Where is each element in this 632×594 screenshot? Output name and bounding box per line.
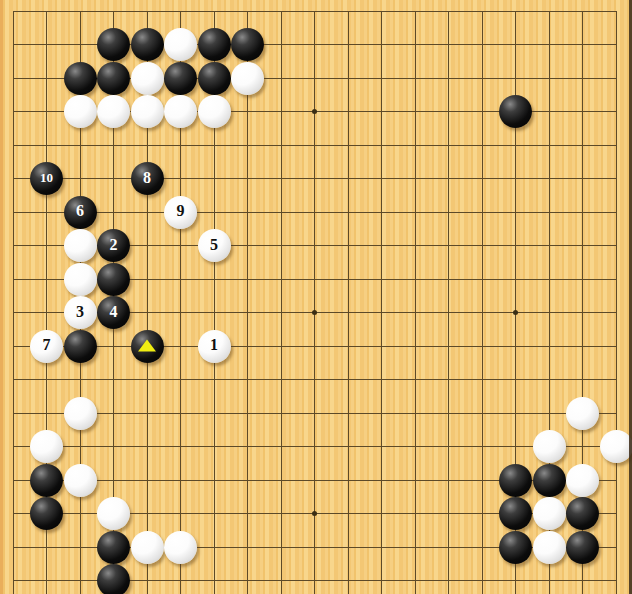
stone-black-2x16[interactable] <box>30 497 63 530</box>
stone-white-move-3-3x10[interactable]: 3 <box>64 296 97 329</box>
star-point <box>312 511 317 516</box>
stone-black-16x16[interactable] <box>499 497 532 530</box>
stone-white-2x14[interactable] <box>30 430 63 463</box>
stone-black-move-10-2x6[interactable]: 10 <box>30 162 63 195</box>
move-number: 8 <box>143 170 151 186</box>
stone-black-3x3[interactable] <box>64 62 97 95</box>
move-number: 9 <box>177 203 185 219</box>
stone-black-16x4[interactable] <box>499 95 532 128</box>
stone-black-5x11[interactable] <box>131 330 164 363</box>
star-point <box>513 310 518 315</box>
stone-black-4x3[interactable] <box>97 62 130 95</box>
grid-line-vertical <box>482 11 483 594</box>
board-left-edge <box>0 0 3 594</box>
stone-white-3x8[interactable] <box>64 229 97 262</box>
grid-line-horizontal <box>13 346 616 347</box>
stone-black-move-4-4x10[interactable]: 4 <box>97 296 130 329</box>
grid-line-vertical <box>247 11 248 594</box>
stone-white-3x13[interactable] <box>64 397 97 430</box>
stone-black-6x3[interactable] <box>164 62 197 95</box>
stone-white-18x13[interactable] <box>566 397 599 430</box>
stone-white-18x15[interactable] <box>566 464 599 497</box>
grid-line-vertical <box>415 11 416 594</box>
star-point <box>312 310 317 315</box>
stone-white-move-5-7x8[interactable]: 5 <box>198 229 231 262</box>
grid-line-vertical <box>281 11 282 594</box>
stone-black-3x11[interactable] <box>64 330 97 363</box>
stone-black-move-2-4x8[interactable]: 2 <box>97 229 130 262</box>
stone-white-6x17[interactable] <box>164 531 197 564</box>
stone-black-4x18[interactable] <box>97 564 130 594</box>
stone-black-4x17[interactable] <box>97 531 130 564</box>
grid-line-vertical <box>13 11 14 594</box>
stone-white-19x14[interactable] <box>600 430 632 463</box>
stone-black-18x16[interactable] <box>566 497 599 530</box>
move-number: 2 <box>110 237 118 253</box>
stone-white-5x17[interactable] <box>131 531 164 564</box>
grid-line-vertical <box>381 11 382 594</box>
grid-line-vertical <box>314 11 315 594</box>
stone-black-5x2[interactable] <box>131 28 164 61</box>
grid-line-vertical <box>616 11 617 594</box>
stone-black-4x2[interactable] <box>97 28 130 61</box>
stone-black-move-6-3x7[interactable]: 6 <box>64 196 97 229</box>
grid-line-horizontal <box>13 446 616 447</box>
stone-white-move-1-7x11[interactable]: 1 <box>198 330 231 363</box>
stone-black-7x2[interactable] <box>198 28 231 61</box>
stone-black-move-8-5x6[interactable]: 8 <box>131 162 164 195</box>
stone-white-6x2[interactable] <box>164 28 197 61</box>
move-number: 4 <box>110 304 118 320</box>
stone-black-2x15[interactable] <box>30 464 63 497</box>
stone-white-7x4[interactable] <box>198 95 231 128</box>
grid-line-horizontal <box>13 379 616 380</box>
move-number: 7 <box>43 337 51 353</box>
stone-white-4x4[interactable] <box>97 95 130 128</box>
move-number: 5 <box>210 237 218 253</box>
stone-white-17x16[interactable] <box>533 497 566 530</box>
stone-white-move-7-2x11[interactable]: 7 <box>30 330 63 363</box>
stone-white-5x3[interactable] <box>131 62 164 95</box>
stone-black-4x9[interactable] <box>97 263 130 296</box>
move-number: 1 <box>210 337 218 353</box>
move-number: 10 <box>40 171 53 184</box>
stone-black-8x2[interactable] <box>231 28 264 61</box>
go-board[interactable]: 10869253471 <box>0 0 632 594</box>
stone-white-3x9[interactable] <box>64 263 97 296</box>
stone-white-6x4[interactable] <box>164 95 197 128</box>
grid-line-vertical <box>448 11 449 594</box>
stone-white-5x4[interactable] <box>131 95 164 128</box>
star-point <box>312 109 317 114</box>
grid-line-vertical <box>348 11 349 594</box>
stone-white-3x4[interactable] <box>64 95 97 128</box>
stone-white-4x16[interactable] <box>97 497 130 530</box>
stone-black-16x15[interactable] <box>499 464 532 497</box>
stone-white-move-9-6x7[interactable]: 9 <box>164 196 197 229</box>
stone-white-17x17[interactable] <box>533 531 566 564</box>
stone-black-16x17[interactable] <box>499 531 532 564</box>
stone-black-17x15[interactable] <box>533 464 566 497</box>
move-number: 3 <box>76 304 84 320</box>
stone-black-7x3[interactable] <box>198 62 231 95</box>
stone-black-18x17[interactable] <box>566 531 599 564</box>
stone-white-17x14[interactable] <box>533 430 566 463</box>
move-number: 6 <box>76 203 84 219</box>
stone-white-3x15[interactable] <box>64 464 97 497</box>
triangle-marker <box>138 339 156 351</box>
grid-line-horizontal <box>13 413 616 414</box>
stone-white-8x3[interactable] <box>231 62 264 95</box>
